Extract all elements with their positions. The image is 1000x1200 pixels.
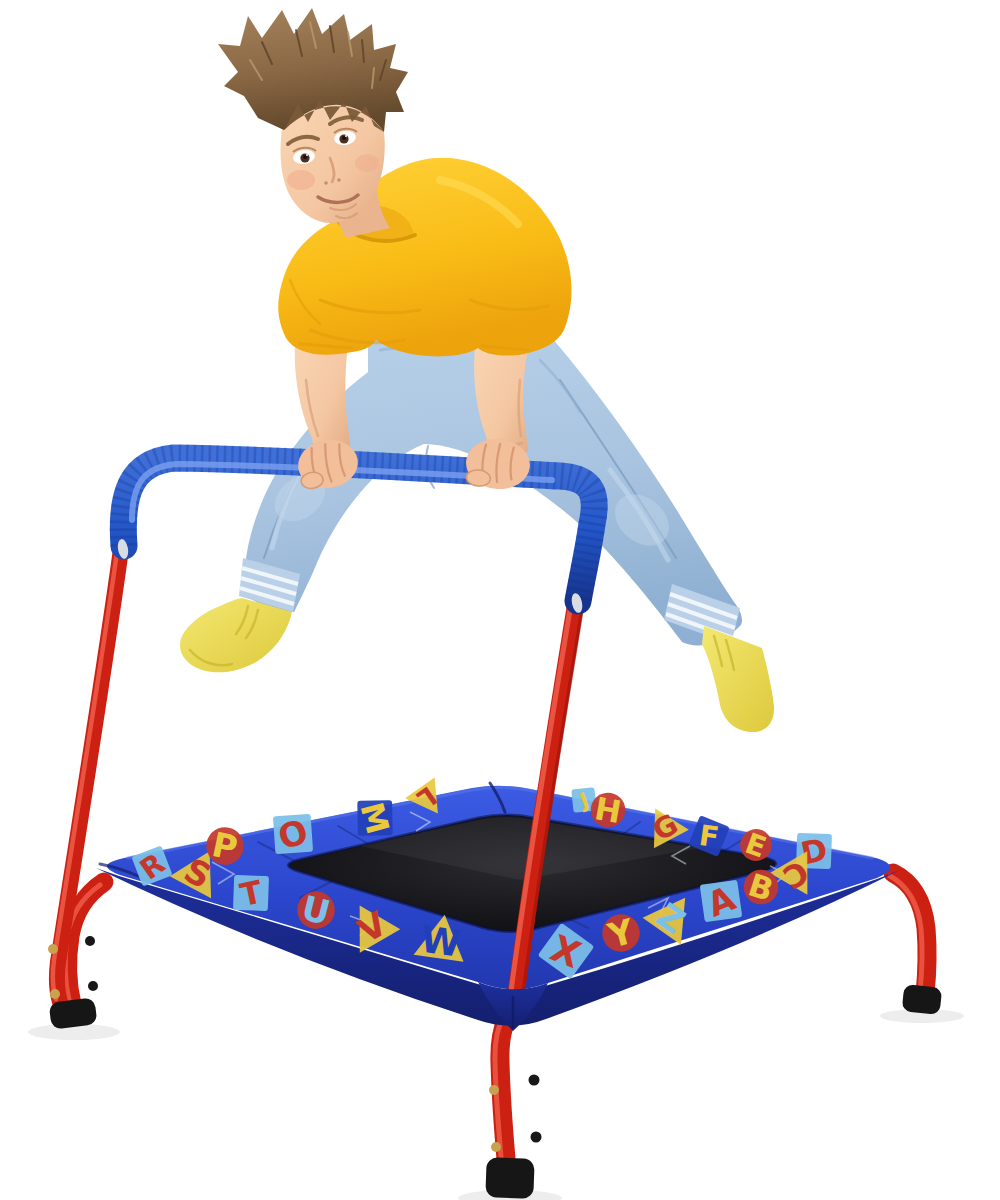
foot-cap-front [485, 1157, 534, 1199]
boy-cheek-right [355, 154, 379, 172]
product-photo-stage: RSPOMLJHGFEDCBAZYXWVUT [0, 0, 1000, 1200]
foot-cap-right [902, 984, 943, 1015]
svg-text:W: W [418, 918, 464, 966]
boy-cheek-left [287, 170, 315, 190]
